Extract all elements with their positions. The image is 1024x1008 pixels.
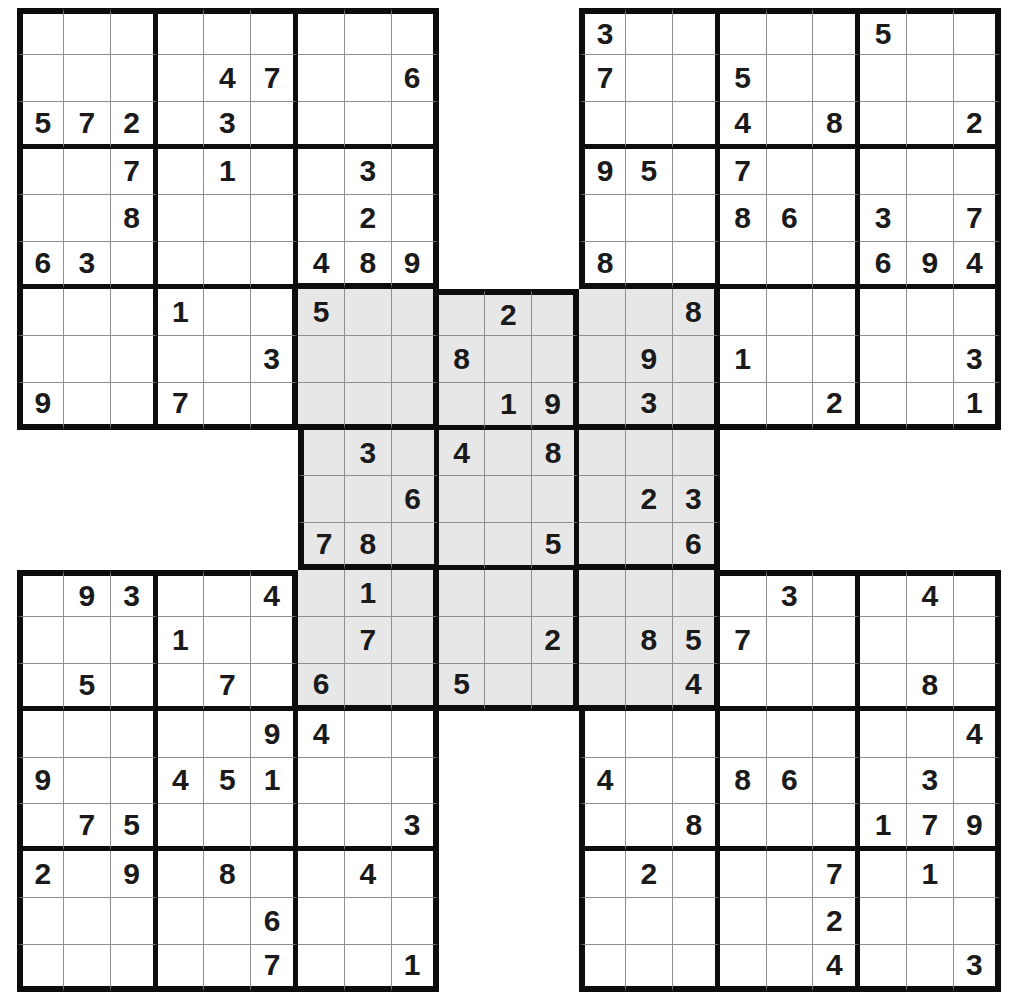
cell-r18c3[interactable]: 5 [111, 804, 158, 851]
cell-r20c4[interactable] [158, 898, 205, 945]
cell-r4c21[interactable] [954, 149, 1001, 196]
cell-r9c18[interactable]: 2 [813, 383, 860, 430]
cell-r20c17[interactable] [767, 898, 814, 945]
cell-r18c15[interactable]: 8 [673, 804, 720, 851]
cell-r3c16[interactable]: 4 [720, 102, 767, 149]
cell-r12c15[interactable]: 6 [673, 523, 720, 570]
cell-r19c13[interactable] [579, 851, 626, 898]
cell-r14c5[interactable] [204, 617, 251, 664]
cell-r1c13[interactable]: 3 [579, 8, 626, 55]
cell-r16c20[interactable] [907, 711, 954, 758]
cell-r3c21[interactable]: 2 [954, 102, 1001, 149]
cell-r1c7[interactable] [298, 8, 345, 55]
cell-r14c19[interactable] [860, 617, 907, 664]
cell-r13c14[interactable] [626, 570, 673, 617]
cell-r19c4[interactable] [158, 851, 205, 898]
cell-r5c13[interactable] [579, 195, 626, 242]
cell-r1c20[interactable] [907, 8, 954, 55]
cell-r3c8[interactable] [345, 102, 392, 149]
cell-r6c17[interactable] [767, 242, 814, 289]
cell-r4c14[interactable]: 5 [626, 149, 673, 196]
cell-r9c7[interactable] [298, 383, 345, 430]
cell-r9c13[interactable] [579, 383, 626, 430]
cell-r19c9[interactable] [392, 851, 439, 898]
cell-r7c21[interactable] [954, 289, 1001, 336]
cell-r4c6[interactable] [251, 149, 298, 196]
cell-r2c16[interactable]: 5 [720, 55, 767, 102]
cell-r9c14[interactable]: 3 [626, 383, 673, 430]
cell-r7c17[interactable] [767, 289, 814, 336]
cell-r1c14[interactable] [626, 8, 673, 55]
cell-r9c5[interactable] [204, 383, 251, 430]
cell-r13c15[interactable] [673, 570, 720, 617]
cell-r4c17[interactable] [767, 149, 814, 196]
cell-r17c8[interactable] [345, 758, 392, 805]
cell-r6c20[interactable]: 9 [907, 242, 954, 289]
cell-r8c10[interactable]: 8 [439, 336, 486, 383]
cell-r20c1[interactable] [17, 898, 64, 945]
cell-r3c18[interactable]: 8 [813, 102, 860, 149]
cell-r13c21[interactable] [954, 570, 1001, 617]
cell-r4c20[interactable] [907, 149, 954, 196]
cell-r5c17[interactable]: 6 [767, 195, 814, 242]
cell-r20c9[interactable] [392, 898, 439, 945]
cell-r5c1[interactable] [17, 195, 64, 242]
cell-r12c13[interactable] [579, 523, 626, 570]
cell-r20c19[interactable] [860, 898, 907, 945]
cell-r5c21[interactable]: 7 [954, 195, 1001, 242]
cell-r15c18[interactable] [813, 664, 860, 711]
cell-r3c1[interactable]: 5 [17, 102, 64, 149]
cell-r17c7[interactable] [298, 758, 345, 805]
cell-r2c17[interactable] [767, 55, 814, 102]
cell-r19c14[interactable]: 2 [626, 851, 673, 898]
cell-r13c8[interactable]: 1 [345, 570, 392, 617]
cell-r2c6[interactable]: 7 [251, 55, 298, 102]
cell-r17c2[interactable] [64, 758, 111, 805]
cell-r7c3[interactable] [111, 289, 158, 336]
cell-r21c20[interactable] [907, 945, 954, 992]
cell-r5c6[interactable] [251, 195, 298, 242]
cell-r10c8[interactable]: 3 [345, 430, 392, 477]
cell-r18c14[interactable] [626, 804, 673, 851]
cell-r9c3[interactable] [111, 383, 158, 430]
cell-r6c4[interactable] [158, 242, 205, 289]
cell-r6c5[interactable] [204, 242, 251, 289]
cell-r16c6[interactable]: 9 [251, 711, 298, 758]
cell-r14c15[interactable]: 5 [673, 617, 720, 664]
cell-r1c5[interactable] [204, 8, 251, 55]
cell-r4c5[interactable]: 1 [204, 149, 251, 196]
cell-r18c16[interactable] [720, 804, 767, 851]
cell-r5c16[interactable]: 8 [720, 195, 767, 242]
cell-r9c2[interactable] [64, 383, 111, 430]
cell-r11c14[interactable]: 2 [626, 476, 673, 523]
cell-r16c16[interactable] [720, 711, 767, 758]
cell-r14c3[interactable] [111, 617, 158, 664]
cell-r18c7[interactable] [298, 804, 345, 851]
cell-r15c19[interactable] [860, 664, 907, 711]
cell-r8c20[interactable] [907, 336, 954, 383]
cell-r13c6[interactable]: 4 [251, 570, 298, 617]
cell-r3c20[interactable] [907, 102, 954, 149]
cell-r17c1[interactable]: 9 [17, 758, 64, 805]
cell-r21c1[interactable] [17, 945, 64, 992]
cell-r19c2[interactable] [64, 851, 111, 898]
cell-r20c14[interactable] [626, 898, 673, 945]
cell-r12c7[interactable]: 7 [298, 523, 345, 570]
cell-r17c19[interactable] [860, 758, 907, 805]
cell-r6c14[interactable] [626, 242, 673, 289]
cell-r5c3[interactable]: 8 [111, 195, 158, 242]
cell-r13c18[interactable] [813, 570, 860, 617]
cell-r20c6[interactable]: 6 [251, 898, 298, 945]
cell-r3c7[interactable] [298, 102, 345, 149]
cell-r21c8[interactable] [345, 945, 392, 992]
cell-r15c5[interactable]: 7 [204, 664, 251, 711]
cell-r20c13[interactable] [579, 898, 626, 945]
cell-r7c19[interactable] [860, 289, 907, 336]
cell-r8c17[interactable] [767, 336, 814, 383]
cell-r18c19[interactable]: 1 [860, 804, 907, 851]
cell-r7c6[interactable] [251, 289, 298, 336]
cell-r3c15[interactable] [673, 102, 720, 149]
cell-r11c9[interactable]: 6 [392, 476, 439, 523]
cell-r7c20[interactable] [907, 289, 954, 336]
cell-r21c5[interactable] [204, 945, 251, 992]
cell-r9c21[interactable]: 1 [954, 383, 1001, 430]
cell-r10c9[interactable] [392, 430, 439, 477]
cell-r15c20[interactable]: 8 [907, 664, 954, 711]
cell-r17c13[interactable]: 4 [579, 758, 626, 805]
cell-r13c11[interactable] [485, 570, 532, 617]
cell-r14c14[interactable]: 8 [626, 617, 673, 664]
cell-r18c5[interactable] [204, 804, 251, 851]
cell-r19c8[interactable]: 4 [345, 851, 392, 898]
cell-r21c14[interactable] [626, 945, 673, 992]
cell-r4c2[interactable] [64, 149, 111, 196]
cell-r11c13[interactable] [579, 476, 626, 523]
cell-r6c8[interactable]: 8 [345, 242, 392, 289]
cell-r4c9[interactable] [392, 149, 439, 196]
cell-r7c9[interactable] [392, 289, 439, 336]
cell-r7c7[interactable]: 5 [298, 289, 345, 336]
cell-r18c13[interactable] [579, 804, 626, 851]
cell-r8c11[interactable] [485, 336, 532, 383]
cell-r18c18[interactable] [813, 804, 860, 851]
cell-r6c6[interactable] [251, 242, 298, 289]
cell-r13c7[interactable] [298, 570, 345, 617]
cell-r8c6[interactable]: 3 [251, 336, 298, 383]
cell-r9c1[interactable]: 9 [17, 383, 64, 430]
cell-r21c7[interactable] [298, 945, 345, 992]
cell-r7c11[interactable]: 2 [485, 289, 532, 336]
cell-r8c7[interactable] [298, 336, 345, 383]
cell-r9c17[interactable] [767, 383, 814, 430]
cell-r6c19[interactable]: 6 [860, 242, 907, 289]
cell-r10c13[interactable] [579, 430, 626, 477]
cell-r13c16[interactable] [720, 570, 767, 617]
cell-r4c18[interactable] [813, 149, 860, 196]
cell-r2c3[interactable] [111, 55, 158, 102]
cell-r8c4[interactable] [158, 336, 205, 383]
cell-r2c21[interactable] [954, 55, 1001, 102]
cell-r18c9[interactable]: 3 [392, 804, 439, 851]
cell-r16c14[interactable] [626, 711, 673, 758]
cell-r17c4[interactable]: 4 [158, 758, 205, 805]
cell-r16c18[interactable] [813, 711, 860, 758]
cell-r10c10[interactable]: 4 [439, 430, 486, 477]
cell-r10c14[interactable] [626, 430, 673, 477]
cell-r8c16[interactable]: 1 [720, 336, 767, 383]
cell-r14c13[interactable] [579, 617, 626, 664]
cell-r4c19[interactable] [860, 149, 907, 196]
cell-r20c7[interactable] [298, 898, 345, 945]
cell-r21c6[interactable]: 7 [251, 945, 298, 992]
cell-r20c15[interactable] [673, 898, 720, 945]
cell-r15c9[interactable] [392, 664, 439, 711]
cell-r20c21[interactable] [954, 898, 1001, 945]
cell-r14c20[interactable] [907, 617, 954, 664]
cell-r8c8[interactable] [345, 336, 392, 383]
cell-r1c21[interactable] [954, 8, 1001, 55]
cell-r3c2[interactable]: 7 [64, 102, 111, 149]
cell-r1c15[interactable] [673, 8, 720, 55]
cell-r16c8[interactable] [345, 711, 392, 758]
cell-r19c18[interactable]: 7 [813, 851, 860, 898]
cell-r12c12[interactable]: 5 [532, 523, 579, 570]
cell-r19c5[interactable]: 8 [204, 851, 251, 898]
cell-r2c7[interactable] [298, 55, 345, 102]
cell-r6c7[interactable]: 4 [298, 242, 345, 289]
cell-r13c5[interactable] [204, 570, 251, 617]
cell-r13c17[interactable]: 3 [767, 570, 814, 617]
cell-r9c11[interactable]: 1 [485, 383, 532, 430]
cell-r1c17[interactable] [767, 8, 814, 55]
cell-r2c2[interactable] [64, 55, 111, 102]
cell-r12c11[interactable] [485, 523, 532, 570]
cell-r7c5[interactable] [204, 289, 251, 336]
cell-r19c21[interactable] [954, 851, 1001, 898]
cell-r11c11[interactable] [485, 476, 532, 523]
cell-r17c17[interactable]: 6 [767, 758, 814, 805]
cell-r13c3[interactable]: 3 [111, 570, 158, 617]
cell-r19c19[interactable] [860, 851, 907, 898]
cell-r5c5[interactable] [204, 195, 251, 242]
cell-r9c20[interactable] [907, 383, 954, 430]
cell-r15c21[interactable] [954, 664, 1001, 711]
cell-r2c19[interactable] [860, 55, 907, 102]
cell-r2c8[interactable] [345, 55, 392, 102]
cell-r8c13[interactable] [579, 336, 626, 383]
cell-r4c13[interactable]: 9 [579, 149, 626, 196]
cell-r8c15[interactable] [673, 336, 720, 383]
cell-r17c20[interactable]: 3 [907, 758, 954, 805]
cell-r20c3[interactable] [111, 898, 158, 945]
cell-r15c14[interactable] [626, 664, 673, 711]
cell-r17c5[interactable]: 5 [204, 758, 251, 805]
cell-r5c9[interactable] [392, 195, 439, 242]
cell-r8c12[interactable] [532, 336, 579, 383]
cell-r17c9[interactable] [392, 758, 439, 805]
cell-r17c14[interactable] [626, 758, 673, 805]
cell-r4c15[interactable] [673, 149, 720, 196]
cell-r13c20[interactable]: 4 [907, 570, 954, 617]
cell-r10c11[interactable] [485, 430, 532, 477]
cell-r11c10[interactable] [439, 476, 486, 523]
cell-r14c10[interactable] [439, 617, 486, 664]
cell-r20c2[interactable] [64, 898, 111, 945]
cell-r19c15[interactable] [673, 851, 720, 898]
cell-r8c5[interactable] [204, 336, 251, 383]
cell-r8c9[interactable] [392, 336, 439, 383]
cell-r15c1[interactable] [17, 664, 64, 711]
cell-r16c7[interactable]: 4 [298, 711, 345, 758]
cell-r18c17[interactable] [767, 804, 814, 851]
cell-r15c2[interactable]: 5 [64, 664, 111, 711]
cell-r16c13[interactable] [579, 711, 626, 758]
cell-r9c8[interactable] [345, 383, 392, 430]
cell-r16c5[interactable] [204, 711, 251, 758]
cell-r16c9[interactable] [392, 711, 439, 758]
cell-r21c2[interactable] [64, 945, 111, 992]
cell-r11c12[interactable] [532, 476, 579, 523]
cell-r7c13[interactable] [579, 289, 626, 336]
cell-r4c3[interactable]: 7 [111, 149, 158, 196]
cell-r5c14[interactable] [626, 195, 673, 242]
cell-r1c18[interactable] [813, 8, 860, 55]
cell-r14c12[interactable]: 2 [532, 617, 579, 664]
cell-r15c17[interactable] [767, 664, 814, 711]
cell-r10c15[interactable] [673, 430, 720, 477]
cell-r15c13[interactable] [579, 664, 626, 711]
cell-r6c2[interactable]: 3 [64, 242, 111, 289]
cell-r5c19[interactable]: 3 [860, 195, 907, 242]
cell-r7c10[interactable] [439, 289, 486, 336]
cell-r16c19[interactable] [860, 711, 907, 758]
cell-r7c12[interactable] [532, 289, 579, 336]
cell-r6c9[interactable]: 9 [392, 242, 439, 289]
cell-r20c18[interactable]: 2 [813, 898, 860, 945]
cell-r21c19[interactable] [860, 945, 907, 992]
cell-r19c3[interactable]: 9 [111, 851, 158, 898]
cell-r13c2[interactable]: 9 [64, 570, 111, 617]
cell-r1c8[interactable] [345, 8, 392, 55]
cell-r17c15[interactable] [673, 758, 720, 805]
cell-r15c15[interactable]: 4 [673, 664, 720, 711]
cell-r3c9[interactable] [392, 102, 439, 149]
cell-r14c17[interactable] [767, 617, 814, 664]
cell-r15c4[interactable] [158, 664, 205, 711]
cell-r2c15[interactable] [673, 55, 720, 102]
cell-r11c7[interactable] [298, 476, 345, 523]
cell-r12c8[interactable]: 8 [345, 523, 392, 570]
cell-r11c15[interactable]: 3 [673, 476, 720, 523]
cell-r10c12[interactable]: 8 [532, 430, 579, 477]
cell-r13c10[interactable] [439, 570, 486, 617]
cell-r6c15[interactable] [673, 242, 720, 289]
cell-r16c4[interactable] [158, 711, 205, 758]
cell-r7c1[interactable] [17, 289, 64, 336]
cell-r1c1[interactable] [17, 8, 64, 55]
cell-r1c19[interactable]: 5 [860, 8, 907, 55]
cell-r17c21[interactable] [954, 758, 1001, 805]
cell-r19c20[interactable]: 1 [907, 851, 954, 898]
cell-r6c13[interactable]: 8 [579, 242, 626, 289]
cell-r3c13[interactable] [579, 102, 626, 149]
cell-r14c2[interactable] [64, 617, 111, 664]
cell-r14c11[interactable] [485, 617, 532, 664]
cell-r13c12[interactable] [532, 570, 579, 617]
cell-r21c3[interactable] [111, 945, 158, 992]
cell-r3c4[interactable] [158, 102, 205, 149]
cell-r8c19[interactable] [860, 336, 907, 383]
cell-r18c6[interactable] [251, 804, 298, 851]
cell-r8c21[interactable]: 3 [954, 336, 1001, 383]
cell-r2c13[interactable]: 7 [579, 55, 626, 102]
cell-r7c14[interactable] [626, 289, 673, 336]
cell-r16c3[interactable] [111, 711, 158, 758]
cell-r4c8[interactable]: 3 [345, 149, 392, 196]
cell-r20c20[interactable] [907, 898, 954, 945]
cell-r6c21[interactable]: 4 [954, 242, 1001, 289]
cell-r15c10[interactable]: 5 [439, 664, 486, 711]
cell-r3c19[interactable] [860, 102, 907, 149]
cell-r9c19[interactable] [860, 383, 907, 430]
cell-r5c20[interactable] [907, 195, 954, 242]
cell-r18c21[interactable]: 9 [954, 804, 1001, 851]
cell-r6c16[interactable] [720, 242, 767, 289]
cell-r9c15[interactable] [673, 383, 720, 430]
cell-r18c2[interactable]: 7 [64, 804, 111, 851]
cell-r7c4[interactable]: 1 [158, 289, 205, 336]
cell-r14c9[interactable] [392, 617, 439, 664]
cell-r21c15[interactable] [673, 945, 720, 992]
cell-r3c6[interactable] [251, 102, 298, 149]
cell-r15c8[interactable] [345, 664, 392, 711]
cell-r12c10[interactable] [439, 523, 486, 570]
cell-r15c12[interactable] [532, 664, 579, 711]
cell-r1c6[interactable] [251, 8, 298, 55]
cell-r20c5[interactable] [204, 898, 251, 945]
cell-r16c17[interactable] [767, 711, 814, 758]
cell-r18c1[interactable] [17, 804, 64, 851]
cell-r3c14[interactable] [626, 102, 673, 149]
cell-r8c2[interactable] [64, 336, 111, 383]
cell-r4c7[interactable] [298, 149, 345, 196]
cell-r13c9[interactable] [392, 570, 439, 617]
cell-r13c1[interactable] [17, 570, 64, 617]
cell-r17c6[interactable]: 1 [251, 758, 298, 805]
cell-r18c4[interactable] [158, 804, 205, 851]
cell-r1c9[interactable] [392, 8, 439, 55]
cell-r17c18[interactable] [813, 758, 860, 805]
cell-r8c3[interactable] [111, 336, 158, 383]
cell-r5c7[interactable] [298, 195, 345, 242]
cell-r8c1[interactable] [17, 336, 64, 383]
cell-r19c17[interactable] [767, 851, 814, 898]
cell-r2c14[interactable] [626, 55, 673, 102]
cell-r19c6[interactable] [251, 851, 298, 898]
cell-r8c18[interactable] [813, 336, 860, 383]
cell-r2c9[interactable]: 6 [392, 55, 439, 102]
cell-r1c3[interactable] [111, 8, 158, 55]
cell-r7c2[interactable] [64, 289, 111, 336]
cell-r7c8[interactable] [345, 289, 392, 336]
cell-r7c18[interactable] [813, 289, 860, 336]
cell-r13c13[interactable] [579, 570, 626, 617]
cell-r7c15[interactable]: 8 [673, 289, 720, 336]
